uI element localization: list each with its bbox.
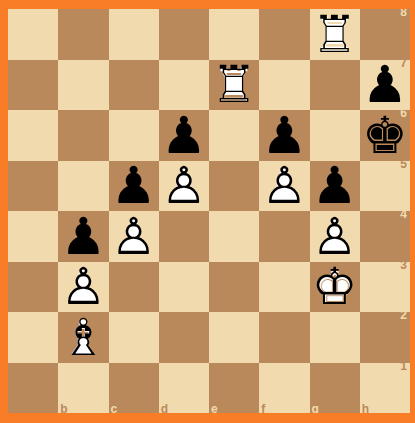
white-pawn[interactable]: ♟♙ — [159, 161, 209, 212]
square-g4[interactable]: ♟♙ — [310, 211, 360, 262]
black-pawn[interactable]: ♟ — [360, 60, 410, 111]
square-h7[interactable]: ♟ — [360, 60, 410, 111]
square-f1[interactable] — [259, 363, 309, 414]
square-c2[interactable] — [109, 312, 159, 363]
square-g5[interactable]: ♟ — [310, 161, 360, 212]
square-b4[interactable]: ♟ — [58, 211, 108, 262]
square-h6[interactable]: ♚ — [360, 110, 410, 161]
square-f8[interactable] — [259, 9, 309, 60]
square-h3[interactable] — [360, 262, 410, 313]
square-a3[interactable] — [8, 262, 58, 313]
black-pawn[interactable]: ♟ — [58, 211, 108, 262]
square-g1[interactable] — [310, 363, 360, 414]
square-d7[interactable] — [159, 60, 209, 111]
black-pawn[interactable]: ♟ — [109, 161, 159, 212]
square-e1[interactable] — [209, 363, 259, 414]
square-g7[interactable] — [310, 60, 360, 111]
square-b6[interactable] — [58, 110, 108, 161]
square-b1[interactable] — [58, 363, 108, 414]
square-b7[interactable] — [58, 60, 108, 111]
square-h8[interactable] — [360, 9, 410, 60]
square-e4[interactable] — [209, 211, 259, 262]
square-a5[interactable] — [8, 161, 58, 212]
square-g2[interactable] — [310, 312, 360, 363]
square-a2[interactable] — [8, 312, 58, 363]
black-pawn[interactable]: ♟ — [310, 161, 360, 212]
white-rook[interactable]: ♜♖ — [310, 9, 360, 60]
square-h1[interactable] — [360, 363, 410, 414]
square-d3[interactable] — [159, 262, 209, 313]
square-b5[interactable] — [58, 161, 108, 212]
square-b3[interactable]: ♟♙ — [58, 262, 108, 313]
square-g3[interactable]: ♚♔ — [310, 262, 360, 313]
chess-board: ♜♖♜♖♟♟♟♚♟♟♙♟♙♟♟♟♙♟♙♟♙♚♔♝♗87654321bcdefgh — [8, 9, 410, 413]
board-frame: ♜♖♜♖♟♟♟♚♟♟♙♟♙♟♟♟♙♟♙♟♙♚♔♝♗87654321bcdefgh — [0, 0, 415, 423]
square-h5[interactable] — [360, 161, 410, 212]
square-f4[interactable] — [259, 211, 309, 262]
square-a7[interactable] — [8, 60, 58, 111]
square-d2[interactable] — [159, 312, 209, 363]
square-d4[interactable] — [159, 211, 209, 262]
square-f3[interactable] — [259, 262, 309, 313]
square-e2[interactable] — [209, 312, 259, 363]
square-f2[interactable] — [259, 312, 309, 363]
square-d8[interactable] — [159, 9, 209, 60]
square-e7[interactable]: ♜♖ — [209, 60, 259, 111]
square-d5[interactable]: ♟♙ — [159, 161, 209, 212]
square-f7[interactable] — [259, 60, 309, 111]
black-pawn[interactable]: ♟ — [259, 110, 309, 161]
white-pawn[interactable]: ♟♙ — [109, 211, 159, 262]
square-h2[interactable] — [360, 312, 410, 363]
square-d1[interactable] — [159, 363, 209, 414]
square-a1[interactable] — [8, 363, 58, 414]
white-pawn[interactable]: ♟♙ — [310, 211, 360, 262]
white-pawn[interactable]: ♟♙ — [58, 262, 108, 313]
square-c3[interactable] — [109, 262, 159, 313]
square-b8[interactable] — [58, 9, 108, 60]
square-c4[interactable]: ♟♙ — [109, 211, 159, 262]
square-g8[interactable]: ♜♖ — [310, 9, 360, 60]
white-rook[interactable]: ♜♖ — [209, 60, 259, 111]
square-d6[interactable]: ♟ — [159, 110, 209, 161]
square-b2[interactable]: ♝♗ — [58, 312, 108, 363]
square-c7[interactable] — [109, 60, 159, 111]
square-c5[interactable]: ♟ — [109, 161, 159, 212]
square-e5[interactable] — [209, 161, 259, 212]
white-king[interactable]: ♚♔ — [310, 262, 360, 313]
square-e8[interactable] — [209, 9, 259, 60]
square-a8[interactable] — [8, 9, 58, 60]
square-a6[interactable] — [8, 110, 58, 161]
white-bishop[interactable]: ♝♗ — [58, 312, 108, 363]
square-g6[interactable] — [310, 110, 360, 161]
black-pawn[interactable]: ♟ — [159, 110, 209, 161]
square-c1[interactable] — [109, 363, 159, 414]
square-f6[interactable]: ♟ — [259, 110, 309, 161]
square-c8[interactable] — [109, 9, 159, 60]
square-e6[interactable] — [209, 110, 259, 161]
square-c6[interactable] — [109, 110, 159, 161]
square-h4[interactable] — [360, 211, 410, 262]
square-e3[interactable] — [209, 262, 259, 313]
black-king[interactable]: ♚ — [360, 110, 410, 161]
white-pawn[interactable]: ♟♙ — [259, 161, 309, 212]
square-f5[interactable]: ♟♙ — [259, 161, 309, 212]
square-a4[interactable] — [8, 211, 58, 262]
